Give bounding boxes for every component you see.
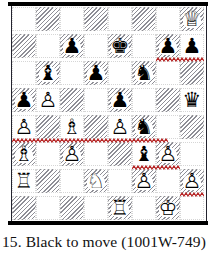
square-e1: ♖ <box>108 196 132 220</box>
square-a7 <box>12 34 36 58</box>
square-e3 <box>108 142 132 166</box>
square-f8 <box>132 7 156 31</box>
white-pawn-piece: ♙ <box>12 115 36 139</box>
square-h4 <box>180 115 204 139</box>
square-c2 <box>60 169 84 193</box>
square-a3: ♗ <box>12 142 36 166</box>
black-pawn-piece: ♟ <box>156 34 180 58</box>
square-h3 <box>180 142 204 166</box>
black-pawn-piece: ♟ <box>108 88 132 112</box>
square-f6: ♞ <box>132 61 156 85</box>
square-e5: ♟ <box>108 88 132 112</box>
square-f1 <box>132 196 156 220</box>
square-c5 <box>60 88 84 112</box>
diagram-caption: 15. Black to move (1001W-749) <box>2 233 206 251</box>
square-b1 <box>36 196 60 220</box>
square-d8 <box>84 7 108 31</box>
white-bishop-piece: ♗ <box>12 142 36 166</box>
square-c8 <box>60 7 84 31</box>
square-f2: ♙ <box>132 169 156 193</box>
red-squiggle-annotation <box>156 57 204 62</box>
square-d5 <box>84 88 108 112</box>
square-b8 <box>36 7 60 31</box>
white-pawn-piece: ♙ <box>156 142 180 166</box>
white-pawn-piece: ♙ <box>36 88 60 112</box>
square-d7 <box>84 34 108 58</box>
white-pawn-piece: ♙ <box>132 169 156 193</box>
white-rook-piece: ♖ <box>12 169 36 193</box>
book-diagram-page: ♕♟♚♟♟♝♟♞♟♙♟♛♙♗♙♞♗♙♝♙♖♘♙♙♖♔ 15. Black to … <box>0 0 215 258</box>
square-a4: ♙ <box>12 115 36 139</box>
square-b5: ♙ <box>36 88 60 112</box>
square-b2 <box>36 169 60 193</box>
white-pawn-piece: ♙ <box>180 169 204 193</box>
square-g3: ♙ <box>156 142 180 166</box>
board-bottom-border <box>8 221 208 225</box>
square-g4 <box>156 115 180 139</box>
square-e6 <box>108 61 132 85</box>
square-d3 <box>84 142 108 166</box>
square-h6 <box>180 61 204 85</box>
red-squiggle-annotation <box>132 165 180 170</box>
white-pawn-piece: ♙ <box>108 115 132 139</box>
square-a8 <box>12 7 36 31</box>
black-pawn-piece: ♟ <box>60 34 84 58</box>
square-e2 <box>108 169 132 193</box>
square-h5: ♛ <box>180 88 204 112</box>
square-g1: ♔ <box>156 196 180 220</box>
square-g2 <box>156 169 180 193</box>
square-h2: ♙ <box>180 169 204 193</box>
square-f3: ♝ <box>132 142 156 166</box>
square-h7: ♟ <box>180 34 204 58</box>
white-queen-piece: ♕ <box>180 7 204 31</box>
white-knight-piece: ♘ <box>84 169 108 193</box>
square-c3: ♙ <box>60 142 84 166</box>
chess-board: ♕♟♚♟♟♝♟♞♟♙♟♛♙♗♙♞♗♙♝♙♖♘♙♙♖♔ <box>12 7 204 220</box>
black-knight-piece: ♞ <box>132 115 156 139</box>
board-top-border <box>8 2 208 6</box>
black-bishop-piece: ♝ <box>132 142 156 166</box>
white-rook-piece: ♖ <box>108 196 132 220</box>
square-d1 <box>84 196 108 220</box>
square-f7 <box>132 34 156 58</box>
square-a1 <box>12 196 36 220</box>
black-knight-piece: ♞ <box>132 61 156 85</box>
black-pawn-piece: ♟ <box>84 61 108 85</box>
black-pawn-piece: ♟ <box>12 88 36 112</box>
square-h1 <box>180 196 204 220</box>
black-queen-piece: ♛ <box>180 88 204 112</box>
square-c4: ♗ <box>60 115 84 139</box>
square-e4: ♙ <box>108 115 132 139</box>
square-d2: ♘ <box>84 169 108 193</box>
square-a5: ♟ <box>12 88 36 112</box>
square-f5 <box>132 88 156 112</box>
white-pawn-piece: ♙ <box>60 142 84 166</box>
white-bishop-piece: ♗ <box>60 115 84 139</box>
square-a2: ♖ <box>12 169 36 193</box>
square-b6: ♝ <box>36 61 60 85</box>
square-e8 <box>108 7 132 31</box>
square-c6 <box>60 61 84 85</box>
square-b4 <box>36 115 60 139</box>
square-a6 <box>12 61 36 85</box>
board-right-border <box>206 6 208 222</box>
black-bishop-piece: ♝ <box>36 61 60 85</box>
red-squiggle-annotation <box>12 138 168 143</box>
red-squiggle-annotation <box>180 192 204 197</box>
square-h8: ♕ <box>180 7 204 31</box>
white-king-piece: ♔ <box>156 196 180 220</box>
black-king-piece: ♚ <box>108 34 132 58</box>
square-g6 <box>156 61 180 85</box>
square-b7 <box>36 34 60 58</box>
square-c1 <box>60 196 84 220</box>
square-c7: ♟ <box>60 34 84 58</box>
black-pawn-piece: ♟ <box>180 34 204 58</box>
square-g8 <box>156 7 180 31</box>
square-f4: ♞ <box>132 115 156 139</box>
square-g5 <box>156 88 180 112</box>
square-d4 <box>84 115 108 139</box>
square-e7: ♚ <box>108 34 132 58</box>
square-g7: ♟ <box>156 34 180 58</box>
square-b3 <box>36 142 60 166</box>
square-d6: ♟ <box>84 61 108 85</box>
